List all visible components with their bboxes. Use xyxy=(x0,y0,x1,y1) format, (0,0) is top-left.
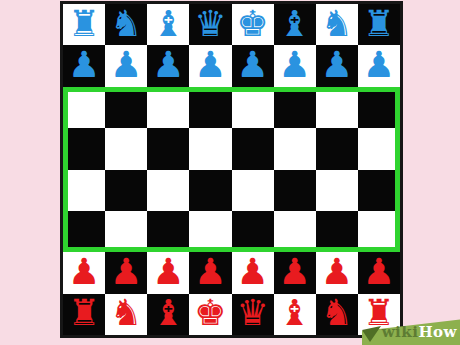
square-b4[interactable] xyxy=(105,170,147,211)
red-pawn: ♟ xyxy=(236,254,268,290)
blue-pawn: ♟ xyxy=(279,47,311,83)
red-pawn: ♟ xyxy=(363,254,395,290)
square-d1[interactable]: ♚ xyxy=(189,294,231,335)
square-a5[interactable] xyxy=(63,128,105,169)
square-d6[interactable] xyxy=(189,87,231,128)
square-d7[interactable]: ♟ xyxy=(189,45,231,86)
square-e7[interactable]: ♟ xyxy=(232,45,274,86)
square-h6[interactable] xyxy=(358,87,400,128)
square-e6[interactable] xyxy=(232,87,274,128)
square-b3[interactable] xyxy=(105,211,147,252)
square-b7[interactable]: ♟ xyxy=(105,45,147,86)
red-pawn: ♟ xyxy=(321,254,353,290)
square-f4[interactable] xyxy=(274,170,316,211)
red-king: ♚ xyxy=(194,295,226,331)
square-a7[interactable]: ♟ xyxy=(63,45,105,86)
blue-rook: ♜ xyxy=(363,6,395,42)
red-queen: ♛ xyxy=(236,295,268,331)
blue-queen: ♛ xyxy=(194,6,226,42)
square-g1[interactable]: ♞ xyxy=(316,294,358,335)
wiki-text: wiki xyxy=(382,323,419,341)
chessboard-grid: ♜♞♝♛♚♝♞♜♟♟♟♟♟♟♟♟♟♟♟♟♟♟♟♟♜♞♝♚♛♝♞♜ xyxy=(63,4,400,335)
square-f8[interactable]: ♝ xyxy=(274,4,316,45)
square-f2[interactable]: ♟ xyxy=(274,252,316,293)
red-pawn: ♟ xyxy=(194,254,226,290)
square-e5[interactable] xyxy=(232,128,274,169)
blue-bishop: ♝ xyxy=(152,6,184,42)
blue-pawn: ♟ xyxy=(110,47,142,83)
square-g4[interactable] xyxy=(316,170,358,211)
red-rook: ♜ xyxy=(68,295,100,331)
blue-knight: ♞ xyxy=(110,6,142,42)
blue-bishop: ♝ xyxy=(279,6,311,42)
square-f6[interactable] xyxy=(274,87,316,128)
square-c4[interactable] xyxy=(147,170,189,211)
blue-pawn: ♟ xyxy=(321,47,353,83)
square-h8[interactable]: ♜ xyxy=(358,4,400,45)
blue-rook: ♜ xyxy=(68,6,100,42)
how-text: How xyxy=(418,323,457,341)
square-e1[interactable]: ♛ xyxy=(232,294,274,335)
square-b2[interactable]: ♟ xyxy=(105,252,147,293)
square-g5[interactable] xyxy=(316,128,358,169)
blue-king: ♚ xyxy=(236,6,268,42)
square-g3[interactable] xyxy=(316,211,358,252)
red-knight: ♞ xyxy=(321,295,353,331)
square-c8[interactable]: ♝ xyxy=(147,4,189,45)
square-g6[interactable] xyxy=(316,87,358,128)
square-e2[interactable]: ♟ xyxy=(232,252,274,293)
red-pawn: ♟ xyxy=(110,254,142,290)
square-c1[interactable]: ♝ xyxy=(147,294,189,335)
square-b6[interactable] xyxy=(105,87,147,128)
square-e8[interactable]: ♚ xyxy=(232,4,274,45)
square-a3[interactable] xyxy=(63,211,105,252)
square-d2[interactable]: ♟ xyxy=(189,252,231,293)
illustration-canvas: ♜♞♝♛♚♝♞♜♟♟♟♟♟♟♟♟♟♟♟♟♟♟♟♟♜♞♝♚♛♝♞♜ wikiHow xyxy=(0,0,460,345)
square-a2[interactable]: ♟ xyxy=(63,252,105,293)
blue-pawn: ♟ xyxy=(363,47,395,83)
square-d5[interactable] xyxy=(189,128,231,169)
blue-pawn: ♟ xyxy=(152,47,184,83)
square-a8[interactable]: ♜ xyxy=(63,4,105,45)
square-d8[interactable]: ♛ xyxy=(189,4,231,45)
square-h2[interactable]: ♟ xyxy=(358,252,400,293)
square-g2[interactable]: ♟ xyxy=(316,252,358,293)
square-e4[interactable] xyxy=(232,170,274,211)
square-a6[interactable] xyxy=(63,87,105,128)
blue-pawn: ♟ xyxy=(194,47,226,83)
square-b5[interactable] xyxy=(105,128,147,169)
square-c5[interactable] xyxy=(147,128,189,169)
square-b1[interactable]: ♞ xyxy=(105,294,147,335)
watermark-text: wikiHow xyxy=(382,320,457,345)
blue-knight: ♞ xyxy=(321,6,353,42)
square-f7[interactable]: ♟ xyxy=(274,45,316,86)
square-c7[interactable]: ♟ xyxy=(147,45,189,86)
square-b8[interactable]: ♞ xyxy=(105,4,147,45)
red-pawn: ♟ xyxy=(152,254,184,290)
blue-pawn: ♟ xyxy=(68,47,100,83)
square-c3[interactable] xyxy=(147,211,189,252)
square-h3[interactable] xyxy=(358,211,400,252)
wikihow-watermark: wikiHow xyxy=(362,318,460,345)
square-e3[interactable] xyxy=(232,211,274,252)
square-h5[interactable] xyxy=(358,128,400,169)
square-c6[interactable] xyxy=(147,87,189,128)
square-g7[interactable]: ♟ xyxy=(316,45,358,86)
square-d4[interactable] xyxy=(189,170,231,211)
square-f3[interactable] xyxy=(274,211,316,252)
square-a4[interactable] xyxy=(63,170,105,211)
blue-pawn: ♟ xyxy=(236,47,268,83)
square-c2[interactable]: ♟ xyxy=(147,252,189,293)
chessboard: ♜♞♝♛♚♝♞♜♟♟♟♟♟♟♟♟♟♟♟♟♟♟♟♟♜♞♝♚♛♝♞♜ xyxy=(60,1,403,338)
red-bishop: ♝ xyxy=(152,295,184,331)
square-f5[interactable] xyxy=(274,128,316,169)
square-g8[interactable]: ♞ xyxy=(316,4,358,45)
red-pawn: ♟ xyxy=(68,254,100,290)
red-knight: ♞ xyxy=(110,295,142,331)
red-bishop: ♝ xyxy=(279,295,311,331)
red-pawn: ♟ xyxy=(279,254,311,290)
square-h7[interactable]: ♟ xyxy=(358,45,400,86)
square-f1[interactable]: ♝ xyxy=(274,294,316,335)
square-a1[interactable]: ♜ xyxy=(63,294,105,335)
square-h4[interactable] xyxy=(358,170,400,211)
square-d3[interactable] xyxy=(189,211,231,252)
